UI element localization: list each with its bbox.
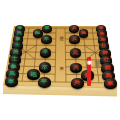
piece-character: 兵 [73, 65, 79, 70]
piece-character: 象 [16, 37, 21, 41]
piece-character: 帥 [102, 51, 108, 55]
piece-face: 卒 [42, 25, 52, 32]
piece-face: 卒 [41, 35, 51, 43]
piece-character: 士 [14, 43, 19, 47]
piece-red-炮[interactable]: 炮 [79, 29, 89, 36]
piece-character: 仕 [101, 44, 106, 48]
piece-face: 兵 [69, 25, 79, 32]
piece-character: 砲 [31, 71, 37, 76]
piece-character: 卒 [43, 50, 49, 54]
piece-face: 卒 [38, 77, 51, 87]
piece-face: 車 [104, 78, 117, 88]
piece-green-卒[interactable]: 卒 [41, 35, 51, 43]
watermark-banner: 中国象棋 [87, 57, 92, 86]
piece-character: 兵 [73, 50, 79, 54]
piece-character: 馬 [9, 71, 15, 76]
piece-red-車[interactable]: 車 [104, 78, 117, 88]
piece-character: 砲 [35, 31, 40, 35]
piece-character: 兵 [74, 80, 81, 85]
piece-face: 炮 [79, 29, 89, 36]
piece-green-車[interactable]: 車 [5, 76, 18, 86]
piece-character: 將 [13, 50, 19, 54]
piece-character: 兵 [72, 37, 77, 41]
piece-green-卒[interactable]: 卒 [39, 62, 51, 71]
watermark-banner-text: 中国象棋 [87, 57, 91, 72]
piece-character: 車 [107, 80, 114, 85]
piece-green-卒[interactable]: 卒 [40, 48, 51, 56]
piece-character: 相 [100, 37, 105, 41]
piece-character: 相 [104, 65, 110, 70]
piece-character: 仕 [103, 58, 109, 63]
piece-green-卒[interactable]: 卒 [42, 25, 52, 32]
piece-face: 兵 [69, 35, 79, 43]
piece-character: 卒 [45, 26, 50, 30]
piece-red-兵[interactable]: 兵 [71, 78, 84, 88]
piece-face: 兵 [70, 48, 81, 56]
piece-face: 卒 [39, 62, 51, 71]
xiangqi-board-photo: 楚河 漢界 車卒兵車馬砲炮馬象卒兵相士仕將卒兵帥士仕象卒兵相馬砲炮馬車卒兵車 中… [0, 0, 120, 120]
piece-character: 炮 [81, 31, 86, 35]
piece-character: 車 [8, 78, 15, 83]
piece-character: 卒 [44, 37, 49, 41]
piece-character: 象 [11, 64, 17, 69]
piece-character: 卒 [41, 79, 48, 84]
piece-red-兵[interactable]: 兵 [70, 48, 81, 56]
piece-red-兵[interactable]: 兵 [69, 35, 79, 43]
piece-character: 馬 [106, 73, 112, 78]
piece-face: 車 [5, 76, 18, 86]
piece-character: 兵 [72, 26, 77, 30]
piece-face: 兵 [71, 78, 84, 88]
piece-red-兵[interactable]: 兵 [69, 25, 79, 32]
piece-character: 卒 [42, 64, 48, 69]
piece-green-卒[interactable]: 卒 [38, 77, 51, 87]
piece-character: 士 [12, 57, 18, 62]
